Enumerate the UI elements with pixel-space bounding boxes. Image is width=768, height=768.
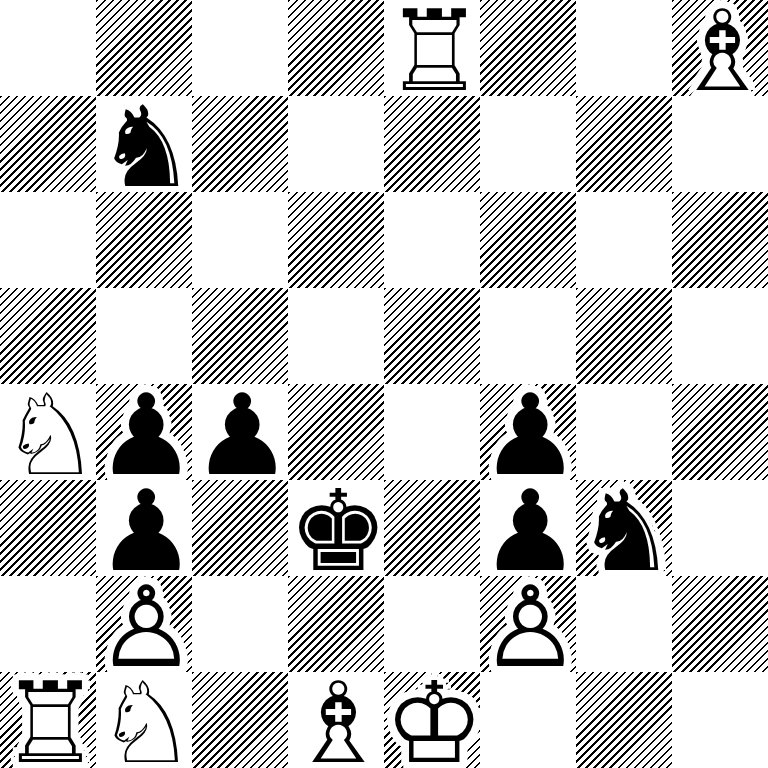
piece-halo: ♚ <box>384 675 480 768</box>
piece-halo: ♟ <box>480 483 576 579</box>
square-c4[interactable]: ♟♟ <box>192 384 288 480</box>
piece-halo: ♞ <box>0 387 96 483</box>
square-b4[interactable]: ♟♟ <box>96 384 192 480</box>
piece-white-bishop[interactable]: ♝♗ <box>288 672 384 768</box>
piece-glyph: ♞ <box>96 99 192 195</box>
square-f7[interactable] <box>480 96 576 192</box>
square-a4[interactable]: ♞♘ <box>0 384 96 480</box>
piece-glyph: ♖ <box>0 675 96 768</box>
square-e4[interactable] <box>384 384 480 480</box>
piece-glyph: ♞ <box>576 483 672 579</box>
piece-white-rook[interactable]: ♜♖ <box>0 672 96 768</box>
square-f3[interactable]: ♟♟ <box>480 480 576 576</box>
square-g8[interactable] <box>576 0 672 96</box>
piece-halo: ♞ <box>576 483 672 579</box>
square-d7[interactable] <box>288 96 384 192</box>
piece-glyph: ♖ <box>384 3 480 99</box>
piece-halo: ♟ <box>480 387 576 483</box>
square-b7[interactable]: ♞♞ <box>96 96 192 192</box>
square-e5[interactable] <box>384 288 480 384</box>
square-h3[interactable] <box>672 480 768 576</box>
square-e1[interactable]: ♚♔ <box>384 672 480 768</box>
square-f4[interactable]: ♟♟ <box>480 384 576 480</box>
piece-halo: ♜ <box>0 675 96 768</box>
square-e2[interactable] <box>384 576 480 672</box>
square-a1[interactable]: ♜♖ <box>0 672 96 768</box>
square-f2[interactable]: ♟♙ <box>480 576 576 672</box>
square-g5[interactable] <box>576 288 672 384</box>
piece-halo: ♝ <box>288 675 384 768</box>
square-g4[interactable] <box>576 384 672 480</box>
square-a2[interactable] <box>0 576 96 672</box>
piece-glyph: ♟ <box>480 483 576 579</box>
square-d5[interactable] <box>288 288 384 384</box>
piece-halo: ♞ <box>96 675 192 768</box>
square-e6[interactable] <box>384 192 480 288</box>
piece-halo: ♜ <box>384 3 480 99</box>
piece-glyph: ♙ <box>480 579 576 675</box>
piece-black-knight[interactable]: ♞♞ <box>576 480 672 576</box>
square-c6[interactable] <box>192 192 288 288</box>
square-f5[interactable] <box>480 288 576 384</box>
piece-white-rook[interactable]: ♜♖ <box>384 0 480 96</box>
square-a3[interactable] <box>0 480 96 576</box>
piece-glyph: ♟ <box>96 483 192 579</box>
square-h5[interactable] <box>672 288 768 384</box>
piece-black-pawn[interactable]: ♟♟ <box>96 480 192 576</box>
square-d8[interactable] <box>288 0 384 96</box>
piece-halo: ♟ <box>192 387 288 483</box>
square-b8[interactable] <box>96 0 192 96</box>
square-a5[interactable] <box>0 288 96 384</box>
square-f6[interactable] <box>480 192 576 288</box>
square-g3[interactable]: ♞♞ <box>576 480 672 576</box>
piece-black-pawn[interactable]: ♟♟ <box>480 384 576 480</box>
square-b6[interactable] <box>96 192 192 288</box>
square-c7[interactable] <box>192 96 288 192</box>
piece-white-king[interactable]: ♚♔ <box>384 672 480 768</box>
piece-halo: ♟ <box>96 579 192 675</box>
square-d6[interactable] <box>288 192 384 288</box>
square-b1[interactable]: ♞♘ <box>96 672 192 768</box>
square-h7[interactable] <box>672 96 768 192</box>
square-h4[interactable] <box>672 384 768 480</box>
square-c1[interactable] <box>192 672 288 768</box>
square-d4[interactable] <box>288 384 384 480</box>
square-c8[interactable] <box>192 0 288 96</box>
square-d3[interactable]: ♚♚ <box>288 480 384 576</box>
piece-glyph: ♟ <box>96 387 192 483</box>
square-c3[interactable] <box>192 480 288 576</box>
piece-halo: ♟ <box>480 579 576 675</box>
piece-glyph: ♙ <box>96 579 192 675</box>
chess-board: ♜♖♝♗♞♞♞♘♟♟♟♟♟♟♟♟♚♚♟♟♞♞♟♙♟♙♜♖♞♘♝♗♚♔ <box>0 0 768 768</box>
square-d2[interactable] <box>288 576 384 672</box>
piece-white-knight[interactable]: ♞♘ <box>96 672 192 768</box>
piece-black-pawn[interactable]: ♟♟ <box>192 384 288 480</box>
piece-glyph: ♘ <box>96 675 192 768</box>
square-g1[interactable] <box>576 672 672 768</box>
square-g7[interactable] <box>576 96 672 192</box>
piece-white-pawn[interactable]: ♟♙ <box>96 576 192 672</box>
square-g6[interactable] <box>576 192 672 288</box>
square-e8[interactable]: ♜♖ <box>384 0 480 96</box>
square-b3[interactable]: ♟♟ <box>96 480 192 576</box>
piece-glyph: ♔ <box>384 675 480 768</box>
piece-glyph: ♗ <box>288 675 384 768</box>
piece-white-pawn[interactable]: ♟♙ <box>480 576 576 672</box>
square-h2[interactable] <box>672 576 768 672</box>
square-a7[interactable] <box>0 96 96 192</box>
square-e3[interactable] <box>384 480 480 576</box>
square-e7[interactable] <box>384 96 480 192</box>
piece-black-pawn[interactable]: ♟♟ <box>480 480 576 576</box>
square-h8[interactable]: ♝♗ <box>672 0 768 96</box>
square-b5[interactable] <box>96 288 192 384</box>
square-g2[interactable] <box>576 576 672 672</box>
piece-halo: ♝ <box>672 3 768 99</box>
piece-halo: ♚ <box>288 483 384 579</box>
square-a6[interactable] <box>0 192 96 288</box>
piece-glyph: ♟ <box>480 387 576 483</box>
square-h1[interactable] <box>672 672 768 768</box>
piece-white-bishop[interactable]: ♝♗ <box>672 0 768 96</box>
piece-black-king[interactable]: ♚♚ <box>288 480 384 576</box>
piece-black-knight[interactable]: ♞♞ <box>96 96 192 192</box>
piece-glyph: ♟ <box>192 387 288 483</box>
square-c2[interactable] <box>192 576 288 672</box>
square-h6[interactable] <box>672 192 768 288</box>
piece-halo: ♟ <box>96 483 192 579</box>
square-d1[interactable]: ♝♗ <box>288 672 384 768</box>
piece-halo: ♞ <box>96 99 192 195</box>
square-c5[interactable] <box>192 288 288 384</box>
square-a8[interactable] <box>0 0 96 96</box>
piece-glyph: ♚ <box>288 483 384 579</box>
piece-glyph: ♗ <box>672 3 768 99</box>
piece-white-knight[interactable]: ♞♘ <box>0 384 96 480</box>
piece-halo: ♟ <box>96 387 192 483</box>
square-f1[interactable] <box>480 672 576 768</box>
piece-black-pawn[interactable]: ♟♟ <box>96 384 192 480</box>
square-f8[interactable] <box>480 0 576 96</box>
square-b2[interactable]: ♟♙ <box>96 576 192 672</box>
piece-glyph: ♘ <box>0 387 96 483</box>
